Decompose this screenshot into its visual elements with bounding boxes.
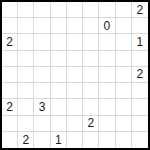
grid-cell[interactable] (2, 83, 18, 99)
grid-cell[interactable] (18, 83, 34, 99)
grid-cell[interactable] (99, 67, 115, 83)
grid-cell[interactable] (51, 2, 67, 18)
grid-cell[interactable] (132, 116, 148, 132)
grid-cell-clue[interactable]: 1 (132, 34, 148, 50)
grid-cell-clue[interactable]: 2 (2, 34, 18, 50)
grid-cell[interactable] (2, 116, 18, 132)
grid-cell[interactable] (67, 34, 83, 50)
grid-cell[interactable] (34, 2, 50, 18)
grid-cell[interactable] (132, 132, 148, 148)
grid-cell[interactable] (67, 83, 83, 99)
grid-cell[interactable] (34, 51, 50, 67)
grid-cell[interactable] (116, 34, 132, 50)
grid-cell[interactable] (18, 116, 34, 132)
grid-cell[interactable] (67, 18, 83, 34)
grid-cell[interactable] (132, 51, 148, 67)
grid-cell[interactable] (34, 116, 50, 132)
grid-cell[interactable] (34, 83, 50, 99)
grid-cell[interactable] (51, 116, 67, 132)
grid-cell[interactable] (99, 2, 115, 18)
grid-cell[interactable] (51, 83, 67, 99)
grid-cell[interactable] (51, 51, 67, 67)
puzzle-board: 2021223221 (0, 0, 150, 150)
grid-cell[interactable] (132, 83, 148, 99)
grid-cell[interactable] (67, 51, 83, 67)
grid-cell[interactable] (116, 99, 132, 115)
grid-cell[interactable] (116, 18, 132, 34)
grid-cell[interactable] (34, 34, 50, 50)
grid-cell[interactable] (2, 18, 18, 34)
grid-cell[interactable] (2, 51, 18, 67)
grid-cell[interactable] (18, 67, 34, 83)
grid-cell[interactable] (67, 67, 83, 83)
grid-cell[interactable] (34, 132, 50, 148)
grid-cell[interactable] (83, 34, 99, 50)
grid-cell[interactable] (67, 2, 83, 18)
grid-cell[interactable] (99, 83, 115, 99)
grid-cell[interactable] (116, 116, 132, 132)
grid-cell[interactable] (83, 67, 99, 83)
grid-cell[interactable] (18, 34, 34, 50)
grid-cell[interactable] (99, 99, 115, 115)
grid-cell[interactable] (2, 2, 18, 18)
grid-cell[interactable] (132, 99, 148, 115)
grid-cell[interactable] (18, 18, 34, 34)
grid-cell-clue[interactable]: 3 (34, 99, 50, 115)
grid-cell[interactable] (83, 132, 99, 148)
grid-cell[interactable] (67, 99, 83, 115)
grid-cell[interactable] (132, 18, 148, 34)
grid-cell[interactable] (116, 83, 132, 99)
grid-cell-clue[interactable]: 2 (83, 116, 99, 132)
grid-cell[interactable] (99, 34, 115, 50)
grid-cell[interactable] (18, 2, 34, 18)
grid-cell[interactable] (18, 99, 34, 115)
grid-cell[interactable] (116, 51, 132, 67)
grid-cell[interactable] (51, 99, 67, 115)
grid-cell[interactable] (83, 83, 99, 99)
grid-cell[interactable] (51, 34, 67, 50)
grid-cell-clue[interactable]: 0 (99, 18, 115, 34)
grid-cell[interactable] (34, 67, 50, 83)
grid-cell[interactable] (67, 116, 83, 132)
grid-cell[interactable] (2, 132, 18, 148)
grid-cell[interactable] (34, 18, 50, 34)
grid-cell[interactable] (83, 18, 99, 34)
grid-cell[interactable] (51, 67, 67, 83)
grid-cell-clue[interactable]: 2 (132, 67, 148, 83)
grid-cell[interactable] (99, 132, 115, 148)
grid-cell[interactable] (116, 67, 132, 83)
grid-cell[interactable] (99, 51, 115, 67)
grid-cell-clue[interactable]: 2 (18, 132, 34, 148)
grid-cell[interactable] (99, 116, 115, 132)
grid-cell[interactable] (51, 18, 67, 34)
grid-cell[interactable] (116, 132, 132, 148)
grid-cell[interactable] (116, 2, 132, 18)
grid-cell[interactable] (83, 99, 99, 115)
grid-cell-clue[interactable]: 1 (51, 132, 67, 148)
grid-cell-clue[interactable]: 2 (132, 2, 148, 18)
grid-cell[interactable] (2, 67, 18, 83)
grid-cell[interactable] (67, 132, 83, 148)
grid-cell[interactable] (83, 51, 99, 67)
grid-cell[interactable] (83, 2, 99, 18)
grid-cell-clue[interactable]: 2 (2, 99, 18, 115)
grid-cell[interactable] (18, 51, 34, 67)
